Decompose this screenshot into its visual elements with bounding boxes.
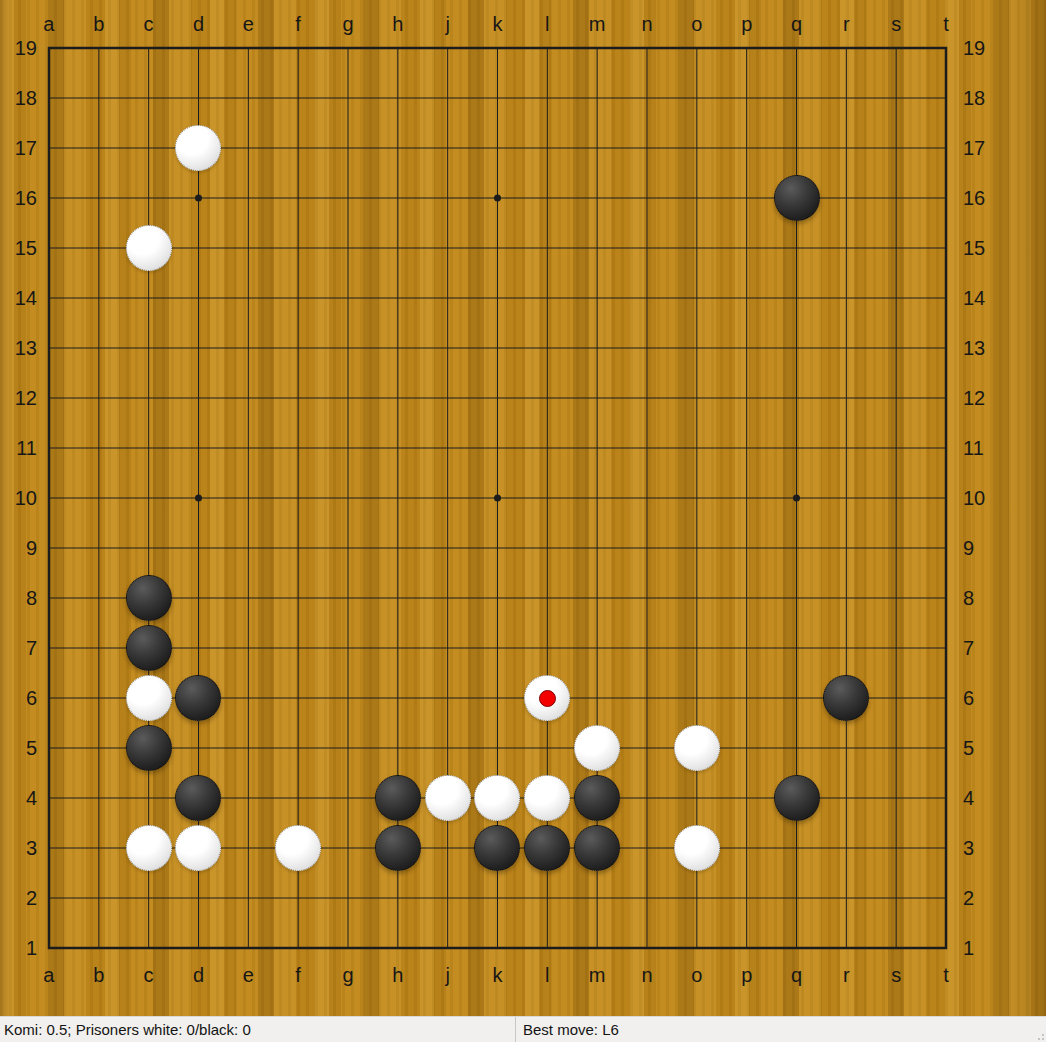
intersection-a10[interactable] bbox=[24, 473, 74, 523]
intersection-b19[interactable] bbox=[74, 23, 124, 73]
intersection-t4[interactable] bbox=[921, 773, 971, 823]
intersection-h14[interactable] bbox=[373, 273, 423, 323]
intersection-a15[interactable] bbox=[24, 223, 74, 273]
intersection-p9[interactable] bbox=[722, 523, 772, 573]
intersection-a14[interactable] bbox=[24, 273, 74, 323]
intersection-n6[interactable] bbox=[622, 673, 672, 723]
intersection-o16[interactable] bbox=[672, 173, 722, 223]
intersection-d2[interactable] bbox=[174, 873, 224, 923]
intersection-l18[interactable] bbox=[522, 73, 572, 123]
intersection-q18[interactable] bbox=[772, 73, 822, 123]
intersection-j1[interactable] bbox=[423, 923, 473, 973]
intersection-q9[interactable] bbox=[772, 523, 822, 573]
intersection-e16[interactable] bbox=[223, 173, 273, 223]
intersection-n17[interactable] bbox=[622, 123, 672, 173]
intersection-b11[interactable] bbox=[74, 423, 124, 473]
intersection-f2[interactable] bbox=[273, 873, 323, 923]
intersection-e19[interactable] bbox=[223, 23, 273, 73]
intersection-c9[interactable] bbox=[124, 523, 174, 573]
intersection-g18[interactable] bbox=[323, 73, 373, 123]
intersection-m12[interactable] bbox=[572, 373, 622, 423]
intersection-l13[interactable] bbox=[522, 323, 572, 373]
intersection-m3[interactable] bbox=[572, 823, 622, 873]
intersection-t6[interactable] bbox=[921, 673, 971, 723]
intersection-h3[interactable] bbox=[373, 823, 423, 873]
intersection-p7[interactable] bbox=[722, 623, 772, 673]
intersection-d12[interactable] bbox=[174, 373, 224, 423]
intersection-k16[interactable] bbox=[473, 173, 523, 223]
intersection-d18[interactable] bbox=[174, 73, 224, 123]
intersection-k1[interactable] bbox=[473, 923, 523, 973]
intersection-e7[interactable] bbox=[223, 623, 273, 673]
intersection-t11[interactable] bbox=[921, 423, 971, 473]
go-board[interactable]: abcdefghjklmnopqrst abcdefghjklmnopqrst … bbox=[0, 0, 1046, 1016]
intersection-p16[interactable] bbox=[722, 173, 772, 223]
intersection-e17[interactable] bbox=[223, 123, 273, 173]
intersection-t3[interactable] bbox=[921, 823, 971, 873]
intersection-o5[interactable] bbox=[672, 723, 722, 773]
intersection-s1[interactable] bbox=[871, 923, 921, 973]
intersection-h4[interactable] bbox=[373, 773, 423, 823]
intersection-r4[interactable] bbox=[821, 773, 871, 823]
intersection-p2[interactable] bbox=[722, 873, 772, 923]
intersection-l6[interactable] bbox=[522, 673, 572, 723]
intersection-e10[interactable] bbox=[223, 473, 273, 523]
intersection-n8[interactable] bbox=[622, 573, 672, 623]
intersection-g17[interactable] bbox=[323, 123, 373, 173]
intersection-p13[interactable] bbox=[722, 323, 772, 373]
intersection-t7[interactable] bbox=[921, 623, 971, 673]
intersection-b4[interactable] bbox=[74, 773, 124, 823]
intersection-g16[interactable] bbox=[323, 173, 373, 223]
intersection-o1[interactable] bbox=[672, 923, 722, 973]
intersection-o8[interactable] bbox=[672, 573, 722, 623]
intersection-k17[interactable] bbox=[473, 123, 523, 173]
intersection-j14[interactable] bbox=[423, 273, 473, 323]
intersection-l19[interactable] bbox=[522, 23, 572, 73]
intersection-a18[interactable] bbox=[24, 73, 74, 123]
intersection-r11[interactable] bbox=[821, 423, 871, 473]
intersection-e14[interactable] bbox=[223, 273, 273, 323]
intersection-r10[interactable] bbox=[821, 473, 871, 523]
intersection-k5[interactable] bbox=[473, 723, 523, 773]
intersection-q19[interactable] bbox=[772, 23, 822, 73]
intersection-n11[interactable] bbox=[622, 423, 672, 473]
intersection-o4[interactable] bbox=[672, 773, 722, 823]
intersection-h10[interactable] bbox=[373, 473, 423, 523]
intersection-b12[interactable] bbox=[74, 373, 124, 423]
intersection-f13[interactable] bbox=[273, 323, 323, 373]
intersection-n9[interactable] bbox=[622, 523, 672, 573]
intersection-b17[interactable] bbox=[74, 123, 124, 173]
intersection-n2[interactable] bbox=[622, 873, 672, 923]
intersection-s12[interactable] bbox=[871, 373, 921, 423]
intersection-l5[interactable] bbox=[522, 723, 572, 773]
intersection-s17[interactable] bbox=[871, 123, 921, 173]
intersection-f6[interactable] bbox=[273, 673, 323, 723]
intersection-a3[interactable] bbox=[24, 823, 74, 873]
intersection-f18[interactable] bbox=[273, 73, 323, 123]
intersection-m4[interactable] bbox=[572, 773, 622, 823]
intersection-e3[interactable] bbox=[223, 823, 273, 873]
intersection-g10[interactable] bbox=[323, 473, 373, 523]
intersection-k7[interactable] bbox=[473, 623, 523, 673]
intersection-f1[interactable] bbox=[273, 923, 323, 973]
intersection-g13[interactable] bbox=[323, 323, 373, 373]
intersection-b1[interactable] bbox=[74, 923, 124, 973]
intersection-t10[interactable] bbox=[921, 473, 971, 523]
intersection-l7[interactable] bbox=[522, 623, 572, 673]
intersection-a12[interactable] bbox=[24, 373, 74, 423]
intersection-a6[interactable] bbox=[24, 673, 74, 723]
intersection-r14[interactable] bbox=[821, 273, 871, 323]
intersection-e4[interactable] bbox=[223, 773, 273, 823]
intersection-n3[interactable] bbox=[622, 823, 672, 873]
intersection-r5[interactable] bbox=[821, 723, 871, 773]
intersection-s8[interactable] bbox=[871, 573, 921, 623]
intersection-d8[interactable] bbox=[174, 573, 224, 623]
intersection-o6[interactable] bbox=[672, 673, 722, 723]
intersection-d5[interactable] bbox=[174, 723, 224, 773]
intersection-o12[interactable] bbox=[672, 373, 722, 423]
intersection-o15[interactable] bbox=[672, 223, 722, 273]
intersection-e13[interactable] bbox=[223, 323, 273, 373]
intersection-n10[interactable] bbox=[622, 473, 672, 523]
intersection-s14[interactable] bbox=[871, 273, 921, 323]
intersection-m17[interactable] bbox=[572, 123, 622, 173]
intersection-h5[interactable] bbox=[373, 723, 423, 773]
intersection-c1[interactable] bbox=[124, 923, 174, 973]
intersection-d4[interactable] bbox=[174, 773, 224, 823]
intersection-m19[interactable] bbox=[572, 23, 622, 73]
intersection-j2[interactable] bbox=[423, 873, 473, 923]
intersection-m11[interactable] bbox=[572, 423, 622, 473]
intersection-g15[interactable] bbox=[323, 223, 373, 273]
intersection-l3[interactable] bbox=[522, 823, 572, 873]
intersection-c13[interactable] bbox=[124, 323, 174, 373]
intersection-a19[interactable] bbox=[24, 23, 74, 73]
intersection-c6[interactable] bbox=[124, 673, 174, 723]
intersection-h8[interactable] bbox=[373, 573, 423, 623]
intersection-h6[interactable] bbox=[373, 673, 423, 723]
intersection-q5[interactable] bbox=[772, 723, 822, 773]
intersection-g2[interactable] bbox=[323, 873, 373, 923]
intersection-b14[interactable] bbox=[74, 273, 124, 323]
intersection-p5[interactable] bbox=[722, 723, 772, 773]
intersection-m6[interactable] bbox=[572, 673, 622, 723]
intersection-f5[interactable] bbox=[273, 723, 323, 773]
intersection-s18[interactable] bbox=[871, 73, 921, 123]
intersection-q6[interactable] bbox=[772, 673, 822, 723]
intersection-k4[interactable] bbox=[473, 773, 523, 823]
intersection-d1[interactable] bbox=[174, 923, 224, 973]
intersection-l9[interactable] bbox=[522, 523, 572, 573]
intersection-n14[interactable] bbox=[622, 273, 672, 323]
intersection-f15[interactable] bbox=[273, 223, 323, 273]
intersection-b3[interactable] bbox=[74, 823, 124, 873]
intersection-a17[interactable] bbox=[24, 123, 74, 173]
intersection-r13[interactable] bbox=[821, 323, 871, 373]
intersection-k8[interactable] bbox=[473, 573, 523, 623]
intersection-t18[interactable] bbox=[921, 73, 971, 123]
intersection-m14[interactable] bbox=[572, 273, 622, 323]
intersection-f4[interactable] bbox=[273, 773, 323, 823]
intersection-k19[interactable] bbox=[473, 23, 523, 73]
intersection-t17[interactable] bbox=[921, 123, 971, 173]
intersection-t8[interactable] bbox=[921, 573, 971, 623]
intersection-g14[interactable] bbox=[323, 273, 373, 323]
intersection-h9[interactable] bbox=[373, 523, 423, 573]
intersection-d19[interactable] bbox=[174, 23, 224, 73]
intersection-j11[interactable] bbox=[423, 423, 473, 473]
intersection-n19[interactable] bbox=[622, 23, 672, 73]
intersection-s2[interactable] bbox=[871, 873, 921, 923]
intersection-g11[interactable] bbox=[323, 423, 373, 473]
intersection-k18[interactable] bbox=[473, 73, 523, 123]
intersection-j5[interactable] bbox=[423, 723, 473, 773]
intersection-l14[interactable] bbox=[522, 273, 572, 323]
intersection-n13[interactable] bbox=[622, 323, 672, 373]
intersection-e1[interactable] bbox=[223, 923, 273, 973]
intersection-l4[interactable] bbox=[522, 773, 572, 823]
intersection-e9[interactable] bbox=[223, 523, 273, 573]
intersection-q13[interactable] bbox=[772, 323, 822, 373]
intersection-k9[interactable] bbox=[473, 523, 523, 573]
intersection-e6[interactable] bbox=[223, 673, 273, 723]
intersection-k12[interactable] bbox=[473, 373, 523, 423]
intersection-d6[interactable] bbox=[174, 673, 224, 723]
intersection-a2[interactable] bbox=[24, 873, 74, 923]
intersection-m8[interactable] bbox=[572, 573, 622, 623]
intersection-p18[interactable] bbox=[722, 73, 772, 123]
intersection-t15[interactable] bbox=[921, 223, 971, 273]
intersection-j17[interactable] bbox=[423, 123, 473, 173]
intersection-r15[interactable] bbox=[821, 223, 871, 273]
intersection-m10[interactable] bbox=[572, 473, 622, 523]
intersection-n1[interactable] bbox=[622, 923, 672, 973]
intersection-c3[interactable] bbox=[124, 823, 174, 873]
intersection-e18[interactable] bbox=[223, 73, 273, 123]
intersection-r8[interactable] bbox=[821, 573, 871, 623]
intersection-d9[interactable] bbox=[174, 523, 224, 573]
intersection-a9[interactable] bbox=[24, 523, 74, 573]
intersection-h17[interactable] bbox=[373, 123, 423, 173]
intersection-h16[interactable] bbox=[373, 173, 423, 223]
intersection-s10[interactable] bbox=[871, 473, 921, 523]
intersection-f16[interactable] bbox=[273, 173, 323, 223]
intersection-m15[interactable] bbox=[572, 223, 622, 273]
intersection-q3[interactable] bbox=[772, 823, 822, 873]
intersection-t12[interactable] bbox=[921, 373, 971, 423]
intersection-g7[interactable] bbox=[323, 623, 373, 673]
intersection-n5[interactable] bbox=[622, 723, 672, 773]
intersection-t14[interactable] bbox=[921, 273, 971, 323]
intersection-a11[interactable] bbox=[24, 423, 74, 473]
intersection-r1[interactable] bbox=[821, 923, 871, 973]
intersection-d15[interactable] bbox=[174, 223, 224, 273]
intersection-m9[interactable] bbox=[572, 523, 622, 573]
intersection-n18[interactable] bbox=[622, 73, 672, 123]
intersection-p4[interactable] bbox=[722, 773, 772, 823]
intersection-j12[interactable] bbox=[423, 373, 473, 423]
intersection-c12[interactable] bbox=[124, 373, 174, 423]
intersection-c7[interactable] bbox=[124, 623, 174, 673]
intersection-p17[interactable] bbox=[722, 123, 772, 173]
intersection-o18[interactable] bbox=[672, 73, 722, 123]
intersection-m1[interactable] bbox=[572, 923, 622, 973]
intersection-t9[interactable] bbox=[921, 523, 971, 573]
intersection-h2[interactable] bbox=[373, 873, 423, 923]
intersection-f14[interactable] bbox=[273, 273, 323, 323]
intersection-p12[interactable] bbox=[722, 373, 772, 423]
intersection-p8[interactable] bbox=[722, 573, 772, 623]
intersection-t5[interactable] bbox=[921, 723, 971, 773]
intersection-p6[interactable] bbox=[722, 673, 772, 723]
intersection-d7[interactable] bbox=[174, 623, 224, 673]
intersection-t13[interactable] bbox=[921, 323, 971, 373]
intersection-k13[interactable] bbox=[473, 323, 523, 373]
intersection-j15[interactable] bbox=[423, 223, 473, 273]
intersection-d14[interactable] bbox=[174, 273, 224, 323]
intersection-l11[interactable] bbox=[522, 423, 572, 473]
intersection-s11[interactable] bbox=[871, 423, 921, 473]
intersection-p19[interactable] bbox=[722, 23, 772, 73]
intersection-m18[interactable] bbox=[572, 73, 622, 123]
intersection-k11[interactable] bbox=[473, 423, 523, 473]
intersection-s13[interactable] bbox=[871, 323, 921, 373]
intersection-h12[interactable] bbox=[373, 373, 423, 423]
intersection-s15[interactable] bbox=[871, 223, 921, 273]
intersection-r3[interactable] bbox=[821, 823, 871, 873]
intersection-l2[interactable] bbox=[522, 873, 572, 923]
intersection-e12[interactable] bbox=[223, 373, 273, 423]
intersection-s5[interactable] bbox=[871, 723, 921, 773]
intersection-s4[interactable] bbox=[871, 773, 921, 823]
intersection-k3[interactable] bbox=[473, 823, 523, 873]
intersection-k6[interactable] bbox=[473, 673, 523, 723]
intersection-n15[interactable] bbox=[622, 223, 672, 273]
intersection-o11[interactable] bbox=[672, 423, 722, 473]
intersection-j19[interactable] bbox=[423, 23, 473, 73]
intersection-q8[interactable] bbox=[772, 573, 822, 623]
intersection-b9[interactable] bbox=[74, 523, 124, 573]
intersection-c14[interactable] bbox=[124, 273, 174, 323]
intersection-p10[interactable] bbox=[722, 473, 772, 523]
intersection-l1[interactable] bbox=[522, 923, 572, 973]
intersection-t2[interactable] bbox=[921, 873, 971, 923]
intersection-s6[interactable] bbox=[871, 673, 921, 723]
intersection-h11[interactable] bbox=[373, 423, 423, 473]
intersection-r9[interactable] bbox=[821, 523, 871, 573]
intersection-r7[interactable] bbox=[821, 623, 871, 673]
intersection-g6[interactable] bbox=[323, 673, 373, 723]
intersection-r19[interactable] bbox=[821, 23, 871, 73]
intersection-j3[interactable] bbox=[423, 823, 473, 873]
intersection-q10[interactable] bbox=[772, 473, 822, 523]
intersection-q17[interactable] bbox=[772, 123, 822, 173]
intersection-n4[interactable] bbox=[622, 773, 672, 823]
intersection-h15[interactable] bbox=[373, 223, 423, 273]
intersection-m5[interactable] bbox=[572, 723, 622, 773]
intersection-j9[interactable] bbox=[423, 523, 473, 573]
intersection-f17[interactable] bbox=[273, 123, 323, 173]
intersection-k10[interactable] bbox=[473, 473, 523, 523]
intersection-g4[interactable] bbox=[323, 773, 373, 823]
intersection-b2[interactable] bbox=[74, 873, 124, 923]
intersection-g5[interactable] bbox=[323, 723, 373, 773]
intersection-q1[interactable] bbox=[772, 923, 822, 973]
intersection-e11[interactable] bbox=[223, 423, 273, 473]
intersection-o10[interactable] bbox=[672, 473, 722, 523]
intersection-o2[interactable] bbox=[672, 873, 722, 923]
intersection-f12[interactable] bbox=[273, 373, 323, 423]
intersection-h7[interactable] bbox=[373, 623, 423, 673]
intersection-m2[interactable] bbox=[572, 873, 622, 923]
intersection-s16[interactable] bbox=[871, 173, 921, 223]
intersection-o13[interactable] bbox=[672, 323, 722, 373]
intersection-l16[interactable] bbox=[522, 173, 572, 223]
intersection-b8[interactable] bbox=[74, 573, 124, 623]
intersection-j13[interactable] bbox=[423, 323, 473, 373]
intersection-c2[interactable] bbox=[124, 873, 174, 923]
intersection-g19[interactable] bbox=[323, 23, 373, 73]
intersection-d10[interactable] bbox=[174, 473, 224, 523]
intersection-a1[interactable] bbox=[24, 923, 74, 973]
intersection-s3[interactable] bbox=[871, 823, 921, 873]
intersection-a4[interactable] bbox=[24, 773, 74, 823]
intersection-o14[interactable] bbox=[672, 273, 722, 323]
intersection-q16[interactable] bbox=[772, 173, 822, 223]
intersection-r12[interactable] bbox=[821, 373, 871, 423]
intersection-c16[interactable] bbox=[124, 173, 174, 223]
intersection-c8[interactable] bbox=[124, 573, 174, 623]
intersection-s7[interactable] bbox=[871, 623, 921, 673]
intersection-f3[interactable] bbox=[273, 823, 323, 873]
intersection-p15[interactable] bbox=[722, 223, 772, 273]
intersection-h19[interactable] bbox=[373, 23, 423, 73]
intersection-q4[interactable] bbox=[772, 773, 822, 823]
intersection-n7[interactable] bbox=[622, 623, 672, 673]
intersection-r17[interactable] bbox=[821, 123, 871, 173]
intersection-n16[interactable] bbox=[622, 173, 672, 223]
intersection-j7[interactable] bbox=[423, 623, 473, 673]
intersection-l17[interactable] bbox=[522, 123, 572, 173]
intersection-f9[interactable] bbox=[273, 523, 323, 573]
intersection-q14[interactable] bbox=[772, 273, 822, 323]
intersection-c10[interactable] bbox=[124, 473, 174, 523]
intersection-d17[interactable] bbox=[174, 123, 224, 173]
intersection-q12[interactable] bbox=[772, 373, 822, 423]
intersection-a13[interactable] bbox=[24, 323, 74, 373]
intersection-q15[interactable] bbox=[772, 223, 822, 273]
intersection-c11[interactable] bbox=[124, 423, 174, 473]
intersection-a8[interactable] bbox=[24, 573, 74, 623]
intersection-k14[interactable] bbox=[473, 273, 523, 323]
intersection-h18[interactable] bbox=[373, 73, 423, 123]
intersection-f10[interactable] bbox=[273, 473, 323, 523]
intersection-p3[interactable] bbox=[722, 823, 772, 873]
intersection-q2[interactable] bbox=[772, 873, 822, 923]
intersection-m7[interactable] bbox=[572, 623, 622, 673]
intersection-f8[interactable] bbox=[273, 573, 323, 623]
intersection-l10[interactable] bbox=[522, 473, 572, 523]
intersection-r16[interactable] bbox=[821, 173, 871, 223]
intersection-b10[interactable] bbox=[74, 473, 124, 523]
resize-grip-icon[interactable] bbox=[1033, 1029, 1045, 1041]
intersection-c17[interactable] bbox=[124, 123, 174, 173]
intersection-j6[interactable] bbox=[423, 673, 473, 723]
intersection-q11[interactable] bbox=[772, 423, 822, 473]
